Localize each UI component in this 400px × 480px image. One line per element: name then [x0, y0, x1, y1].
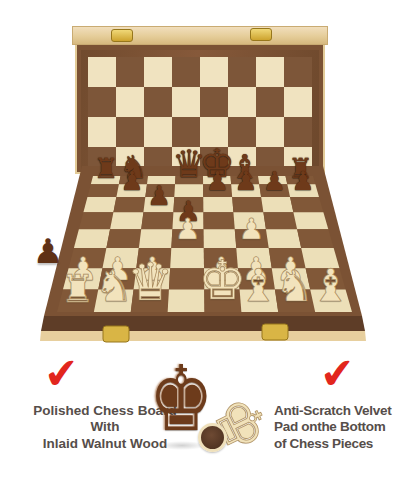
square-e4 [204, 229, 237, 248]
square-f4 [235, 229, 269, 248]
square-a8 [91, 176, 121, 184]
square-c2 [134, 268, 171, 289]
square-d5 [172, 212, 203, 229]
square-c5 [141, 212, 173, 229]
captured-dark-pawn: ♟ [33, 234, 63, 268]
callout-right-line3: of Chess Pieces [274, 436, 400, 452]
checkmark-icon: ✔ [43, 352, 81, 396]
square-e2 [204, 268, 240, 289]
square-a6 [83, 197, 116, 212]
square-g7 [259, 184, 290, 197]
square-b1 [94, 290, 134, 312]
square-d4 [171, 229, 203, 248]
square-a4 [74, 229, 110, 248]
square-f3 [236, 248, 271, 268]
square-d1 [168, 290, 205, 312]
square-b3 [102, 248, 138, 268]
velvet-pad [198, 423, 227, 452]
square-g3 [269, 248, 306, 268]
square-e1 [204, 290, 241, 312]
square-d2 [169, 268, 204, 289]
square-d3 [170, 248, 204, 268]
square-g4 [266, 229, 301, 248]
square-g5 [263, 212, 297, 229]
board-front-maple-edge [40, 331, 366, 341]
square-c7 [145, 184, 175, 197]
callout-right: Anti-Scratch Velvet Pad onthe Bottom of … [274, 403, 400, 452]
square-d6 [173, 197, 203, 212]
square-a5 [79, 212, 114, 229]
square-e5 [203, 212, 234, 229]
flat-chess-board [0, 0, 400, 345]
square-h2 [306, 268, 346, 289]
square-h8 [286, 176, 316, 184]
square-b8 [119, 176, 148, 184]
square-f6 [232, 197, 263, 212]
square-h7 [287, 184, 319, 197]
square-f5 [233, 212, 266, 229]
square-b5 [110, 212, 143, 229]
square-g2 [272, 268, 311, 289]
brass-clasp-icon [103, 326, 129, 342]
product-image: ♜♞♛♚♝♜♟♟♟♟♟♟♟♟♟♟♟♟♟♟♟♜♞♛♚♝♞♝ ♟ ✔ ✔ Polis… [0, 0, 400, 480]
square-h1 [310, 290, 352, 312]
square-a7 [87, 184, 118, 197]
square-b2 [98, 268, 136, 289]
square-a1 [57, 290, 98, 312]
square-e3 [204, 248, 238, 268]
square-f2 [238, 268, 275, 289]
checkmark-icon: ✔ [319, 352, 357, 396]
square-h6 [290, 197, 323, 212]
square-f7 [231, 184, 261, 197]
square-c3 [136, 248, 171, 268]
square-h3 [301, 248, 339, 268]
square-e6 [203, 197, 233, 212]
brass-clasp-icon [262, 324, 288, 340]
square-a3 [69, 248, 107, 268]
callout-right-line1: Anti-Scratch Velvet [274, 403, 400, 419]
square-b6 [113, 197, 145, 212]
square-h5 [293, 212, 328, 229]
square-g6 [261, 197, 293, 212]
square-h4 [297, 229, 334, 248]
square-f8 [231, 176, 260, 184]
square-g8 [258, 176, 287, 184]
square-f1 [240, 290, 279, 312]
square-b4 [106, 229, 141, 248]
square-g1 [275, 290, 315, 312]
square-b7 [116, 184, 147, 197]
square-e8 [203, 176, 231, 184]
square-d8 [175, 176, 203, 184]
callout-right-line2: Pad onthe Bottom [274, 419, 400, 435]
square-c6 [143, 197, 174, 212]
square-c8 [147, 176, 176, 184]
square-d7 [174, 184, 203, 197]
square-c4 [139, 229, 173, 248]
square-c1 [131, 290, 169, 312]
chess-set-photo: ♜♞♛♚♝♜♟♟♟♟♟♟♟♟♟♟♟♟♟♟♟♜♞♛♚♝♞♝ ♟ [0, 0, 400, 345]
board-front-face [41, 316, 365, 331]
square-e7 [203, 184, 232, 197]
square-a2 [63, 268, 103, 289]
